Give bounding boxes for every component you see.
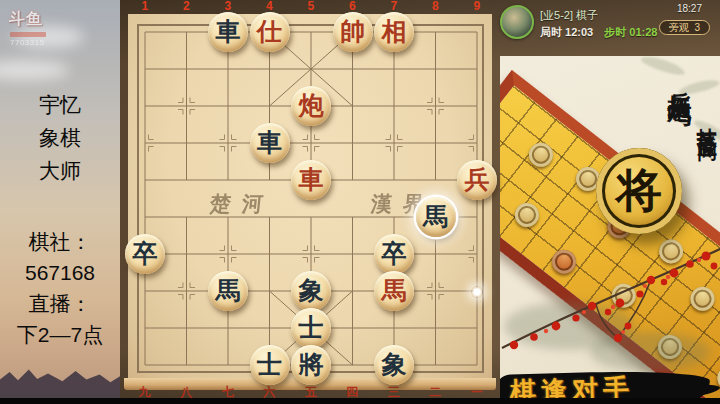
file-label-bottom: 一 xyxy=(456,385,498,399)
system-clock: 18:27 xyxy=(677,3,702,14)
sidebar-info-line: 直播： xyxy=(0,288,120,319)
black-piece-卒[interactable]: 卒 xyxy=(374,234,414,274)
streamer-title: 宇忆象棋大师 xyxy=(0,88,120,187)
opponent-name: [业5-2] 棋子 xyxy=(540,8,598,23)
ink-banner: 棋逢对手 xyxy=(500,369,710,400)
black-piece-馬[interactable]: 馬 xyxy=(416,197,456,237)
piece-layer: 車仕帥相炮車車兵馬卒卒馬象馬士士將象 xyxy=(124,14,498,384)
board-coordinates-top: 123456789 xyxy=(124,0,498,13)
file-label-top: 5 xyxy=(290,0,332,13)
file-label-top: 2 xyxy=(166,0,208,13)
red-piece-兵[interactable]: 兵 xyxy=(457,160,497,200)
file-label-bottom: 七 xyxy=(207,385,249,399)
banner-text: 棋逢对手 xyxy=(510,371,635,400)
decorative-panel: 兵挺炮鸣 技艺盖世间 将 xyxy=(500,56,720,400)
douyu-room-id: 7703315 xyxy=(10,38,46,47)
red-piece-帥[interactable]: 帥 xyxy=(333,12,373,52)
file-label-bottom: 五 xyxy=(290,385,332,399)
sidebar-title-line: 大师 xyxy=(0,154,120,187)
streamer-info: 棋社：567168直播：下2—7点 xyxy=(0,226,120,350)
xiangqi-client: 123456789 楚河 漢界 車仕帥相炮車車兵馬卒卒馬象馬士士將象 九八七六五… xyxy=(120,0,720,404)
grass-silhouette xyxy=(0,366,120,400)
last-move-origin-marker xyxy=(471,286,483,298)
douyu-logo-watermark: 斗鱼 7703315 xyxy=(9,9,46,47)
sidebar-info-line: 棋社： xyxy=(0,226,120,257)
spectators-button[interactable]: 旁观 3 xyxy=(659,20,710,35)
move-time: 步时 01:28 xyxy=(604,26,657,38)
black-piece-車[interactable]: 車 xyxy=(250,123,290,163)
clock-row: 局时 12:03 步时 01:28 xyxy=(540,25,657,40)
file-label-bottom: 六 xyxy=(249,385,291,399)
file-label-bottom: 九 xyxy=(124,385,166,399)
sidebar-title-line: 象棋 xyxy=(0,121,120,154)
stream-screen: 斗鱼 7703315 宇忆象棋大师 棋社：567168直播：下2—7点 1234… xyxy=(0,0,720,404)
plum-blossom-branch xyxy=(500,56,720,400)
black-piece-車[interactable]: 車 xyxy=(208,12,248,52)
douyu-logo-badge xyxy=(10,32,46,37)
black-piece-卒[interactable]: 卒 xyxy=(125,234,165,274)
red-piece-車[interactable]: 車 xyxy=(291,160,331,200)
file-label-top: 8 xyxy=(415,0,457,13)
file-label-top: 1 xyxy=(124,0,166,13)
red-piece-炮[interactable]: 炮 xyxy=(291,86,331,126)
red-piece-仕[interactable]: 仕 xyxy=(250,12,290,52)
board-coordinates-bottom: 九八七六五四三二一 xyxy=(124,385,498,399)
sidebar-info-line: 567168 xyxy=(0,257,120,288)
black-piece-士[interactable]: 士 xyxy=(250,345,290,385)
black-piece-象[interactable]: 象 xyxy=(374,345,414,385)
opponent-info-bar: [业5-2] 棋子 局时 12:03 步时 01:28 18:27 旁观 3 xyxy=(498,0,720,56)
file-label-bottom: 四 xyxy=(332,385,374,399)
sidebar-info-line: 下2—7点 xyxy=(0,319,120,350)
opponent-avatar[interactable] xyxy=(500,5,534,39)
black-piece-象[interactable]: 象 xyxy=(291,271,331,311)
letterbox-strip xyxy=(0,398,720,404)
game-time: 局时 12:03 xyxy=(540,26,593,38)
red-piece-相[interactable]: 相 xyxy=(374,12,414,52)
sidebar-title-line: 宇忆 xyxy=(0,88,120,121)
file-label-bottom: 三 xyxy=(373,385,415,399)
red-piece-馬[interactable]: 馬 xyxy=(374,271,414,311)
file-label-bottom: 八 xyxy=(166,385,208,399)
cloud-decoration xyxy=(0,60,70,80)
file-label-top: 9 xyxy=(456,0,498,13)
stream-sidebar: 斗鱼 7703315 宇忆象棋大师 棋社：567168直播：下2—7点 xyxy=(0,0,120,404)
douyu-logo-text: 斗鱼 xyxy=(9,9,46,30)
black-piece-馬[interactable]: 馬 xyxy=(208,271,248,311)
black-piece-將[interactable]: 將 xyxy=(291,345,331,385)
black-piece-士[interactable]: 士 xyxy=(291,308,331,348)
file-label-bottom: 二 xyxy=(415,385,457,399)
